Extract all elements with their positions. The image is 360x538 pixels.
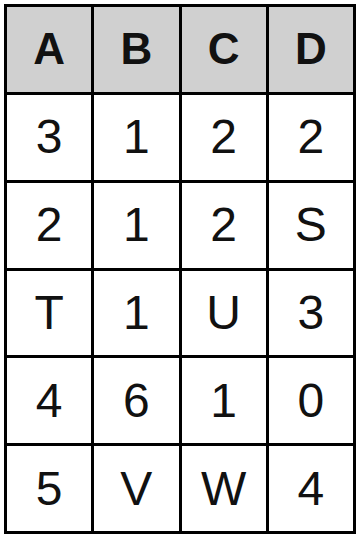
table-cell-r4-c0: 5 — [7, 446, 91, 531]
table-cell-r2-c0: T — [7, 271, 91, 356]
table-cell-r0-c0: 3 — [7, 95, 91, 180]
table-cell-r4-c2: W — [182, 446, 266, 531]
table-cell-r3-c0: 4 — [7, 358, 91, 443]
table-cell-r1-c3: S — [269, 183, 353, 268]
header-cell-0: A — [7, 7, 91, 92]
table-cell-r2-c3: 3 — [269, 271, 353, 356]
table-cell-r1-c1: 1 — [94, 183, 178, 268]
table-cell-r0-c2: 2 — [182, 95, 266, 180]
table-cell-r0-c3: 2 — [269, 95, 353, 180]
puzzle-table: ABCD3122212ST1U346105VW4 — [4, 4, 356, 534]
table-cell-r2-c2: U — [182, 271, 266, 356]
table-cell-r1-c0: 2 — [7, 183, 91, 268]
header-cell-1: B — [94, 7, 178, 92]
table-cell-r2-c1: 1 — [94, 271, 178, 356]
table-cell-r3-c1: 6 — [94, 358, 178, 443]
page: ABCD3122212ST1U346105VW4 — [0, 0, 360, 538]
table-cell-r4-c3: 4 — [269, 446, 353, 531]
header-cell-3: D — [269, 7, 353, 92]
table-cell-r3-c3: 0 — [269, 358, 353, 443]
table-cell-r0-c1: 1 — [94, 95, 178, 180]
table-cell-r4-c1: V — [94, 446, 178, 531]
table-cell-r1-c2: 2 — [182, 183, 266, 268]
header-cell-2: C — [182, 7, 266, 92]
table-cell-r3-c2: 1 — [182, 358, 266, 443]
